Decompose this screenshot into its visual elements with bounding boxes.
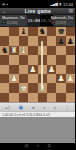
square-h2[interactable]	[66, 83, 75, 92]
piece-black-knight-e8[interactable]: ♞	[38, 27, 46, 36]
square-e7[interactable]	[38, 36, 47, 45]
square-f2[interactable]	[47, 83, 56, 92]
signal-icon: ▂▄▆	[50, 2, 58, 6]
piece-white-pawn-f4[interactable]: ♟	[48, 65, 56, 74]
square-c4[interactable]	[19, 65, 28, 74]
square-f1[interactable]	[47, 93, 56, 102]
square-h3[interactable]: ♟	[66, 74, 75, 83]
square-c1[interactable]	[19, 93, 28, 102]
player-left-name: Mazetovic, Ned...	[2, 16, 25, 20]
status-bar: ✉▪ ▂▄▆ ▮ 12:44	[0, 0, 75, 8]
square-e6[interactable]	[38, 46, 47, 55]
piece-white-pawn-b3[interactable]: ♟	[10, 74, 18, 83]
square-a1[interactable]	[0, 93, 9, 102]
android-nav-bar: ◁○□	[0, 143, 75, 150]
piece-black-pawn-h7[interactable]: ♟	[67, 37, 75, 46]
square-e8[interactable]: ♞	[38, 27, 47, 36]
piece-black-king-g8[interactable]: ♚	[57, 27, 65, 36]
square-d8[interactable]	[28, 27, 37, 36]
square-e4[interactable]	[38, 65, 47, 74]
player-left: Mazetovic, Ned... (2,194)	[0, 15, 27, 26]
game-toolbar: ⤾▣«‹›⋮	[0, 102, 75, 111]
square-a8[interactable]	[0, 27, 9, 36]
square-c8[interactable]: ♝	[19, 27, 28, 36]
square-b5[interactable]	[9, 55, 18, 64]
square-f8[interactable]	[47, 27, 56, 36]
notification-icon-1: ✉	[2, 2, 5, 7]
back-move-icon[interactable]: ‹	[44, 105, 46, 110]
move-list-text: 1.d4 d5 2.c4 e6 3.Nc3 Bb4 4.e3	[2, 113, 50, 117]
piece-white-pawn-d4[interactable]: ♟	[29, 65, 37, 74]
analysis-icon[interactable]: ▣	[18, 105, 23, 110]
more-menu-icon[interactable]: ⋮	[65, 105, 70, 110]
player-left-rating: (2,194)	[7, 21, 18, 25]
player-right-name: Aldenrath, Dra...	[51, 16, 74, 20]
player-right: Aldenrath, Dra... (2,197)	[49, 15, 76, 26]
battery-icon: ▮	[60, 2, 62, 6]
square-a2[interactable]	[0, 83, 9, 92]
square-c3[interactable]	[19, 74, 28, 83]
square-g2[interactable]	[56, 83, 65, 92]
square-e2[interactable]: ♜	[38, 83, 47, 92]
piece-black-bishop-c8[interactable]: ♝	[20, 27, 28, 36]
square-c5[interactable]	[19, 55, 28, 64]
square-f3[interactable]	[47, 74, 56, 83]
square-h8[interactable]	[66, 27, 75, 36]
piece-white-rook-b6[interactable]: ♜	[10, 46, 18, 55]
title-bar: ← Live game ▤	[0, 8, 75, 15]
notification-icons: ✉▪	[2, 2, 8, 7]
clocks: 15:04 14:51	[27, 15, 49, 26]
player-right-flag-icon	[51, 21, 55, 24]
forward-move-icon[interactable]: ›	[54, 105, 56, 110]
clock-left: 15:04	[28, 15, 41, 26]
square-f6[interactable]	[47, 46, 56, 55]
piece-white-bishop-c6[interactable]: ♝	[20, 46, 28, 55]
clock-time: 12:44	[63, 2, 73, 7]
square-g5[interactable]	[56, 55, 65, 64]
square-c6[interactable]: ♝	[19, 46, 28, 55]
square-f4[interactable]: ♟	[47, 65, 56, 74]
square-b3[interactable]: ♟	[9, 74, 18, 83]
square-a3[interactable]	[0, 74, 9, 83]
square-g6[interactable]	[56, 46, 65, 55]
square-d7[interactable]	[28, 36, 37, 45]
square-h1[interactable]	[66, 93, 75, 102]
square-b2[interactable]	[9, 83, 18, 92]
square-d6[interactable]	[28, 46, 37, 55]
nav-recents-icon[interactable]: □	[48, 144, 51, 148]
piece-white-pawn-h3[interactable]: ♟	[67, 74, 75, 83]
piece-white-king-c2[interactable]: ♚	[20, 84, 28, 93]
page-title: Live game	[25, 8, 51, 14]
game-info-area	[0, 117, 75, 143]
square-d4[interactable]: ♟	[28, 65, 37, 74]
square-e5[interactable]	[38, 55, 47, 64]
player-left-flag-icon	[2, 21, 6, 24]
square-f7[interactable]	[47, 36, 56, 45]
square-d2[interactable]	[28, 83, 37, 92]
square-c2[interactable]: ♚	[19, 83, 28, 92]
square-a6[interactable]: ♞	[0, 46, 9, 55]
square-g7[interactable]: ♟	[56, 36, 65, 45]
square-h6[interactable]	[66, 46, 75, 55]
player-right-rating: (2,197)	[56, 21, 67, 25]
square-a5[interactable]	[0, 55, 9, 64]
share-icon[interactable]: ▤	[69, 9, 73, 14]
square-d3[interactable]	[28, 74, 37, 83]
square-b8[interactable]	[9, 27, 18, 36]
piece-black-pawn-g7[interactable]: ♟	[57, 37, 65, 46]
square-g8[interactable]: ♚	[56, 27, 65, 36]
first-move-icon[interactable]: «	[32, 105, 35, 110]
square-e3[interactable]	[38, 74, 47, 83]
square-b6[interactable]: ♜	[9, 46, 18, 55]
piece-black-knight-a6[interactable]: ♞	[1, 46, 9, 55]
square-b1[interactable]	[9, 93, 18, 102]
chess-board[interactable]: ♝♞♚♟♟♞♜♝♟♟♟♟♟♚♜	[0, 27, 75, 102]
square-a4[interactable]	[0, 65, 9, 74]
square-h7[interactable]: ♟	[66, 36, 75, 45]
piece-white-pawn-g3[interactable]: ♟	[57, 74, 65, 83]
back-icon[interactable]: ←	[2, 9, 7, 14]
nav-home-icon[interactable]: ○	[37, 144, 40, 148]
piece-white-rook-e2[interactable]: ♜	[38, 84, 46, 93]
square-g3[interactable]: ♟	[56, 74, 65, 83]
square-d1[interactable]	[28, 93, 37, 102]
square-h5[interactable]	[66, 55, 75, 64]
flip-board-icon[interactable]: ⤾	[5, 105, 9, 110]
nav-back-icon[interactable]: ◁	[24, 144, 27, 148]
square-g1[interactable]	[56, 93, 65, 102]
notification-icon-2: ▪	[7, 2, 8, 7]
square-e1[interactable]	[38, 93, 47, 102]
